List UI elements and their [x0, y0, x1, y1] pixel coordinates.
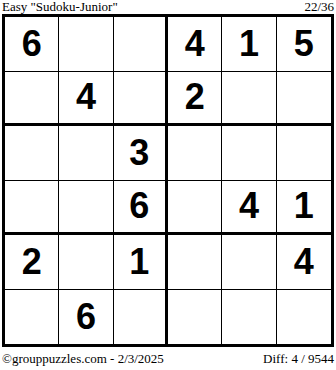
cell-r6c4[interactable]: [168, 290, 222, 345]
cell-r3c4[interactable]: [168, 126, 222, 181]
cell-r6c2: 6: [59, 290, 113, 345]
cell-r1c4: 4: [168, 17, 222, 72]
cell-r3c6[interactable]: [277, 126, 331, 181]
footer: ©grouppuzzles.com - 2/3/2025 Diff: 4 / 9…: [2, 352, 334, 368]
cell-r3c2[interactable]: [59, 126, 113, 181]
cell-r1c6: 5: [277, 17, 331, 72]
cell-r4c2[interactable]: [59, 181, 113, 236]
cell-r5c5[interactable]: [222, 235, 276, 290]
cell-r6c5[interactable]: [222, 290, 276, 345]
cell-r4c6: 1: [277, 181, 331, 236]
cell-r4c4[interactable]: [168, 181, 222, 236]
cell-r5c2[interactable]: [59, 235, 113, 290]
header: Easy "Sudoku-Junior" 22/36: [2, 0, 334, 14]
cell-r1c5: 1: [222, 17, 276, 72]
cell-r4c3: 6: [114, 181, 168, 236]
cell-r1c2[interactable]: [59, 17, 113, 72]
cell-r2c1[interactable]: [5, 72, 59, 127]
cell-r2c6[interactable]: [277, 72, 331, 127]
cell-r5c3: 1: [114, 235, 168, 290]
cell-r2c5[interactable]: [222, 72, 276, 127]
cell-r3c3: 3: [114, 126, 168, 181]
cell-r6c3[interactable]: [114, 290, 168, 345]
cell-r2c3[interactable]: [114, 72, 168, 127]
cell-r4c5: 4: [222, 181, 276, 236]
copyright-text: ©grouppuzzles.com - 2/3/2025: [2, 352, 164, 366]
cell-r5c4[interactable]: [168, 235, 222, 290]
sudoku-board: 64154236412146: [2, 14, 334, 347]
puzzle-title: Easy "Sudoku-Junior": [2, 0, 118, 14]
cell-r6c6[interactable]: [277, 290, 331, 345]
cell-r2c2: 4: [59, 72, 113, 127]
cell-r2c4: 2: [168, 72, 222, 127]
cell-r5c6: 4: [277, 235, 331, 290]
cell-r4c1[interactable]: [5, 181, 59, 236]
cell-r1c1: 6: [5, 17, 59, 72]
difficulty-text: Diff: 4 / 9544: [263, 352, 334, 366]
cell-r3c5[interactable]: [222, 126, 276, 181]
cell-r6c1[interactable]: [5, 290, 59, 345]
cell-r1c3[interactable]: [114, 17, 168, 72]
cell-r3c1[interactable]: [5, 126, 59, 181]
sudoku-grid: 64154236412146: [5, 17, 331, 344]
progress-counter: 22/36: [304, 0, 334, 14]
cell-r5c1: 2: [5, 235, 59, 290]
